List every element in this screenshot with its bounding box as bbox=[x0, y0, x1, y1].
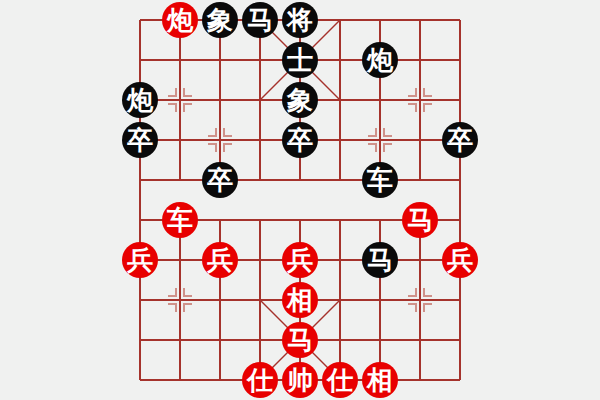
piece-red-elephant[interactable]: 相 bbox=[282, 282, 318, 318]
piece-black-soldier[interactable]: 卒 bbox=[202, 162, 238, 198]
piece-black-chariot[interactable]: 车 bbox=[362, 162, 398, 198]
piece-black-cannon[interactable]: 炮 bbox=[122, 82, 158, 118]
piece-black-soldier[interactable]: 卒 bbox=[122, 122, 158, 158]
piece-red-chariot[interactable]: 车 bbox=[162, 202, 198, 238]
piece-black-soldier[interactable]: 卒 bbox=[442, 122, 478, 158]
piece-black-general[interactable]: 将 bbox=[282, 2, 318, 38]
piece-red-horse[interactable]: 马 bbox=[282, 322, 318, 358]
piece-black-elephant[interactable]: 象 bbox=[282, 82, 318, 118]
piece-red-soldier[interactable]: 兵 bbox=[442, 242, 478, 278]
piece-black-advisor[interactable]: 士 bbox=[282, 42, 318, 78]
piece-black-soldier[interactable]: 卒 bbox=[282, 122, 318, 158]
piece-red-advisor[interactable]: 仕 bbox=[242, 362, 278, 398]
xiangqi-board: 炮象马将士炮炮象卒卒卒卒车车马兵兵兵马兵相马仕帅仕相 bbox=[0, 0, 600, 400]
piece-red-advisor[interactable]: 仕 bbox=[322, 362, 358, 398]
piece-red-cannon[interactable]: 炮 bbox=[162, 2, 198, 38]
piece-red-horse[interactable]: 马 bbox=[402, 202, 438, 238]
piece-red-soldier[interactable]: 兵 bbox=[202, 242, 238, 278]
piece-black-horse[interactable]: 马 bbox=[362, 242, 398, 278]
piece-red-elephant[interactable]: 相 bbox=[362, 362, 398, 398]
piece-red-general[interactable]: 帅 bbox=[282, 362, 318, 398]
piece-layer: 炮象马将士炮炮象卒卒卒卒车车马兵兵兵马兵相马仕帅仕相 bbox=[120, 0, 480, 400]
piece-black-cannon[interactable]: 炮 bbox=[362, 42, 398, 78]
piece-black-elephant[interactable]: 象 bbox=[202, 2, 238, 38]
piece-red-soldier[interactable]: 兵 bbox=[282, 242, 318, 278]
piece-black-horse[interactable]: 马 bbox=[242, 2, 278, 38]
piece-red-soldier[interactable]: 兵 bbox=[122, 242, 158, 278]
